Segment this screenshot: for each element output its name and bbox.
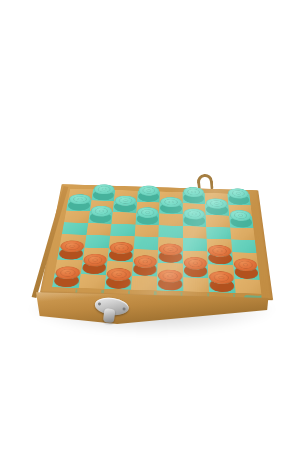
checkers-board[interactable] <box>52 189 261 294</box>
square-c7[interactable] <box>113 201 137 213</box>
checker-teal[interactable] <box>136 207 158 218</box>
square-d1[interactable] <box>131 275 158 290</box>
square-g6[interactable] <box>206 215 230 227</box>
square-c3[interactable] <box>107 248 133 262</box>
checker-teal[interactable] <box>160 197 181 208</box>
square-f2[interactable] <box>183 263 209 277</box>
square-c5[interactable] <box>110 224 135 237</box>
square-d2[interactable] <box>132 262 158 276</box>
square-h4[interactable] <box>231 239 257 252</box>
square-a3[interactable] <box>57 247 84 261</box>
square-b5[interactable] <box>86 223 111 236</box>
square-g5[interactable] <box>206 227 231 240</box>
square-g1[interactable] <box>208 278 235 293</box>
square-b8[interactable] <box>91 189 115 200</box>
checker-orange[interactable] <box>233 258 258 271</box>
square-f8[interactable] <box>182 192 205 204</box>
square-f1[interactable] <box>183 277 209 292</box>
square-c1[interactable] <box>104 275 131 290</box>
checker-teal[interactable] <box>90 205 113 216</box>
square-h1[interactable] <box>234 279 261 294</box>
square-h6[interactable] <box>229 216 254 228</box>
checker-teal[interactable] <box>229 210 252 221</box>
square-c6[interactable] <box>111 212 135 224</box>
checker-orange[interactable] <box>133 255 157 268</box>
checker-teal[interactable] <box>93 184 115 194</box>
square-b6[interactable] <box>88 211 113 223</box>
square-h8[interactable] <box>227 194 251 206</box>
checker-orange[interactable] <box>60 240 85 253</box>
square-e7[interactable] <box>159 202 182 214</box>
square-g3[interactable] <box>207 251 233 265</box>
clasp-knob <box>103 308 116 323</box>
checker-teal[interactable] <box>138 185 159 195</box>
square-f6[interactable] <box>182 214 206 226</box>
square-h5[interactable] <box>230 227 255 240</box>
checker-orange[interactable] <box>209 271 234 285</box>
board-tilt <box>40 184 273 300</box>
square-a6[interactable] <box>64 211 89 223</box>
checker-orange[interactable] <box>184 257 208 270</box>
checker-orange[interactable] <box>159 243 182 256</box>
checker-orange[interactable] <box>158 269 182 283</box>
checker-teal[interactable] <box>183 208 205 219</box>
square-d5[interactable] <box>134 224 159 237</box>
square-a7[interactable] <box>66 199 91 211</box>
square-b2[interactable] <box>80 260 107 274</box>
checker-orange[interactable] <box>82 253 107 266</box>
square-e1[interactable] <box>157 276 183 291</box>
square-f5[interactable] <box>182 226 206 239</box>
square-g7[interactable] <box>205 204 229 216</box>
checker-teal[interactable] <box>68 194 91 205</box>
square-e6[interactable] <box>159 213 183 225</box>
square-f4[interactable] <box>183 238 208 251</box>
square-e3[interactable] <box>158 250 183 264</box>
square-a1[interactable] <box>52 273 80 288</box>
checker-orange[interactable] <box>106 268 131 282</box>
square-e5[interactable] <box>158 225 182 238</box>
board-frame <box>40 184 273 300</box>
checker-teal[interactable] <box>114 195 136 206</box>
square-a5[interactable] <box>62 222 88 235</box>
checker-orange[interactable] <box>109 242 133 255</box>
scene <box>0 0 300 457</box>
square-h2[interactable] <box>233 265 260 279</box>
checker-orange[interactable] <box>55 266 81 280</box>
checker-teal[interactable] <box>183 187 204 197</box>
clasp-latch[interactable] <box>90 294 134 333</box>
square-b1[interactable] <box>78 274 106 289</box>
square-d8[interactable] <box>137 191 160 202</box>
square-b4[interactable] <box>84 235 110 248</box>
checker-orange[interactable] <box>208 245 232 258</box>
square-d4[interactable] <box>133 236 158 249</box>
checker-teal[interactable] <box>206 198 228 209</box>
checker-teal[interactable] <box>227 188 249 199</box>
square-d6[interactable] <box>135 213 159 225</box>
